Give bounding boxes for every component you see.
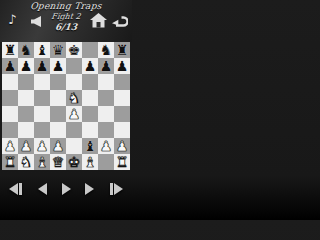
square-e4[interactable]: ♟ bbox=[66, 106, 82, 122]
square-c1[interactable]: ♝ bbox=[34, 154, 50, 170]
triangle-shape bbox=[62, 183, 71, 195]
page-title: Opening Traps bbox=[0, 1, 132, 11]
square-g8[interactable]: ♞ bbox=[98, 42, 114, 58]
square-b8[interactable]: ♞ bbox=[18, 42, 34, 58]
black-bishop-piece: ♝ bbox=[82, 138, 98, 154]
square-e8[interactable]: ♚ bbox=[66, 42, 82, 58]
white-pawn-piece: ♟ bbox=[114, 138, 130, 154]
square-b1[interactable]: ♞ bbox=[18, 154, 34, 170]
black-knight-piece: ♞ bbox=[18, 42, 34, 58]
jump-to-end-button[interactable] bbox=[109, 183, 123, 195]
square-d6[interactable] bbox=[50, 74, 66, 90]
speaker-icon[interactable] bbox=[30, 15, 43, 28]
square-g2[interactable]: ♟ bbox=[98, 138, 114, 154]
square-e2[interactable] bbox=[66, 138, 82, 154]
white-bishop-piece: ♝ bbox=[34, 154, 50, 170]
square-c2[interactable]: ♟ bbox=[34, 138, 50, 154]
white-rook-piece: ♜ bbox=[2, 154, 18, 170]
square-a8[interactable]: ♜ bbox=[2, 42, 18, 58]
triangle-shape bbox=[114, 183, 123, 195]
white-king-piece: ♚ bbox=[66, 154, 82, 170]
square-a7[interactable]: ♟ bbox=[2, 58, 18, 74]
white-pawn-piece: ♟ bbox=[66, 106, 82, 122]
square-d4[interactable] bbox=[50, 106, 66, 122]
square-f1[interactable]: ♝ bbox=[82, 154, 98, 170]
square-f2[interactable]: ♝ bbox=[82, 138, 98, 154]
square-e5[interactable]: ♞ bbox=[66, 90, 82, 106]
music-note-icon[interactable]: ♪ bbox=[8, 12, 16, 27]
square-e1[interactable]: ♚ bbox=[66, 154, 82, 170]
playback-controls bbox=[0, 176, 132, 202]
square-b7[interactable]: ♟ bbox=[18, 58, 34, 74]
black-pawn-piece: ♟ bbox=[82, 58, 98, 74]
black-king-piece: ♚ bbox=[66, 42, 82, 58]
black-queen-piece: ♛ bbox=[50, 42, 66, 58]
square-d2[interactable]: ♟ bbox=[50, 138, 66, 154]
white-pawn-piece: ♟ bbox=[34, 138, 50, 154]
square-g4[interactable] bbox=[98, 106, 114, 122]
square-c4[interactable] bbox=[34, 106, 50, 122]
square-h7[interactable]: ♟ bbox=[114, 58, 130, 74]
square-h4[interactable] bbox=[114, 106, 130, 122]
square-g6[interactable] bbox=[98, 74, 114, 90]
square-g7[interactable]: ♟ bbox=[98, 58, 114, 74]
play-button[interactable] bbox=[62, 183, 71, 195]
triangle-shape bbox=[38, 183, 47, 195]
square-c6[interactable] bbox=[34, 74, 50, 90]
square-d3[interactable] bbox=[50, 122, 66, 138]
white-pawn-piece: ♟ bbox=[98, 138, 114, 154]
white-pawn-piece: ♟ bbox=[2, 138, 18, 154]
square-h8[interactable]: ♜ bbox=[114, 42, 130, 58]
black-pawn-piece: ♟ bbox=[2, 58, 18, 74]
square-e3[interactable] bbox=[66, 122, 82, 138]
white-knight-piece: ♞ bbox=[66, 90, 82, 106]
square-f6[interactable] bbox=[82, 74, 98, 90]
square-d5[interactable] bbox=[50, 90, 66, 106]
stop-bar-shape bbox=[110, 183, 113, 195]
square-d1[interactable]: ♛ bbox=[50, 154, 66, 170]
jump-to-start-button[interactable] bbox=[9, 183, 23, 195]
square-c8[interactable]: ♝ bbox=[34, 42, 50, 58]
square-a3[interactable] bbox=[2, 122, 18, 138]
square-a6[interactable] bbox=[2, 74, 18, 90]
undo-arrow-icon[interactable] bbox=[112, 15, 128, 28]
white-bishop-piece: ♝ bbox=[82, 154, 98, 170]
square-c3[interactable] bbox=[34, 122, 50, 138]
black-rook-piece: ♜ bbox=[2, 42, 18, 58]
black-pawn-piece: ♟ bbox=[18, 58, 34, 74]
black-rook-piece: ♜ bbox=[114, 42, 130, 58]
square-b2[interactable]: ♟ bbox=[18, 138, 34, 154]
chess-board: ♜♞♝♛♚♞♜♟♟♟♟♟♟♟♞♟♟♟♟♟♝♟♟♜♞♝♛♚♝♜ bbox=[2, 42, 130, 170]
square-h5[interactable] bbox=[114, 90, 130, 106]
square-d7[interactable]: ♟ bbox=[50, 58, 66, 74]
square-d8[interactable]: ♛ bbox=[50, 42, 66, 58]
square-g1[interactable] bbox=[98, 154, 114, 170]
square-h1[interactable]: ♜ bbox=[114, 154, 130, 170]
square-g5[interactable] bbox=[98, 90, 114, 106]
white-pawn-piece: ♟ bbox=[18, 138, 34, 154]
black-pawn-piece: ♟ bbox=[34, 58, 50, 74]
stop-bar-shape bbox=[19, 183, 22, 195]
square-c5[interactable] bbox=[34, 90, 50, 106]
black-pawn-piece: ♟ bbox=[98, 58, 114, 74]
white-pawn-piece: ♟ bbox=[50, 138, 66, 154]
square-b3[interactable] bbox=[18, 122, 34, 138]
step-back-button[interactable] bbox=[38, 183, 47, 195]
triangle-shape bbox=[9, 183, 18, 195]
square-h6[interactable] bbox=[114, 74, 130, 90]
black-pawn-piece: ♟ bbox=[50, 58, 66, 74]
square-h2[interactable]: ♟ bbox=[114, 138, 130, 154]
white-knight-piece: ♞ bbox=[18, 154, 34, 170]
square-f7[interactable]: ♟ bbox=[82, 58, 98, 74]
triangle-shape bbox=[85, 183, 94, 195]
header-bar: Opening Traps Fight 2 6/13 ♪ bbox=[0, 0, 132, 42]
square-g3[interactable] bbox=[98, 122, 114, 138]
white-rook-piece: ♜ bbox=[114, 154, 130, 170]
square-f8[interactable] bbox=[82, 42, 98, 58]
square-e7[interactable] bbox=[66, 58, 82, 74]
home-icon[interactable] bbox=[90, 13, 107, 28]
white-queen-piece: ♛ bbox=[50, 154, 66, 170]
square-a5[interactable] bbox=[2, 90, 18, 106]
square-b5[interactable] bbox=[18, 90, 34, 106]
square-f4[interactable] bbox=[82, 106, 98, 122]
black-bishop-piece: ♝ bbox=[34, 42, 50, 58]
square-b6[interactable] bbox=[18, 74, 34, 90]
square-f3[interactable] bbox=[82, 122, 98, 138]
black-pawn-piece: ♟ bbox=[114, 58, 130, 74]
square-a2[interactable]: ♟ bbox=[2, 138, 18, 154]
square-b4[interactable] bbox=[18, 106, 34, 122]
black-knight-piece: ♞ bbox=[98, 42, 114, 58]
square-h3[interactable] bbox=[114, 122, 130, 138]
square-a4[interactable] bbox=[2, 106, 18, 122]
square-e6[interactable] bbox=[66, 74, 82, 90]
step-forward-button[interactable] bbox=[85, 183, 94, 195]
square-a1[interactable]: ♜ bbox=[2, 154, 18, 170]
square-f5[interactable] bbox=[82, 90, 98, 106]
square-c7[interactable]: ♟ bbox=[34, 58, 50, 74]
